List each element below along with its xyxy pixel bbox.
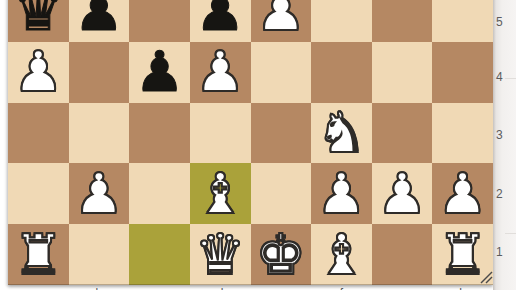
square-d4[interactable]: ♟ (190, 42, 251, 103)
white-rook[interactable]: ♜ (8, 224, 69, 285)
square-c1[interactable] (129, 224, 190, 285)
square-b4[interactable] (69, 42, 130, 103)
white-pawn[interactable]: ♟ (8, 42, 69, 103)
white-knight[interactable]: ♞ (311, 103, 372, 164)
file-label-b: b (69, 286, 130, 290)
square-b3[interactable] (69, 103, 130, 164)
square-h4[interactable] (432, 42, 493, 103)
white-bishop[interactable]: ♝ (311, 224, 372, 285)
file-label-f: f (311, 286, 372, 290)
white-pawn[interactable]: ♟ (372, 163, 433, 224)
file-label-g: g (372, 286, 433, 290)
black-pawn[interactable]: ♟ (129, 42, 190, 103)
square-h2[interactable]: ♟ (432, 163, 493, 224)
square-f2[interactable]: ♟ (311, 163, 372, 224)
white-pawn[interactable]: ♟ (311, 163, 372, 224)
square-g3[interactable] (372, 103, 433, 164)
rank-label-3: 3 (496, 128, 510, 142)
square-e4[interactable] (251, 42, 312, 103)
white-king[interactable]: ♚ (251, 224, 312, 285)
square-d2[interactable]: ♝ (190, 163, 251, 224)
file-label-d: d (190, 286, 251, 290)
square-b1[interactable] (69, 224, 130, 285)
square-f1[interactable]: ♝ (311, 224, 372, 285)
rank-label-2: 2 (496, 187, 510, 201)
square-a1[interactable]: ♜ (8, 224, 69, 285)
board-resize-grip-icon[interactable] (477, 268, 493, 284)
square-f5[interactable] (311, 0, 372, 42)
black-queen[interactable]: ♛ (8, 0, 69, 42)
rank-label-4: 4 (496, 70, 510, 84)
square-g1[interactable] (372, 224, 433, 285)
square-c3[interactable] (129, 103, 190, 164)
black-pawn[interactable]: ♟ (69, 0, 130, 42)
square-f3[interactable]: ♞ (311, 103, 372, 164)
square-a3[interactable] (8, 103, 69, 164)
square-e5[interactable]: ♟ (251, 0, 312, 42)
square-a5[interactable]: ♛ (8, 0, 69, 42)
file-label-a: a (8, 286, 69, 290)
square-d5[interactable]: ♟ (190, 0, 251, 42)
square-g4[interactable] (372, 42, 433, 103)
square-g2[interactable]: ♟ (372, 163, 433, 224)
square-g5[interactable] (372, 0, 433, 42)
square-f4[interactable] (311, 42, 372, 103)
white-pawn[interactable]: ♟ (190, 42, 251, 103)
rank-label-5: 5 (496, 15, 510, 29)
chess-app-screen: ♛♟♟♟♟♟♟♞♟♝♟♟♟♜♛♚♝♜ abcdefgh 54321 (0, 0, 516, 290)
square-a2[interactable] (8, 163, 69, 224)
rank-label-1: 1 (496, 245, 510, 259)
square-c2[interactable] (129, 163, 190, 224)
square-e2[interactable] (251, 163, 312, 224)
white-pawn[interactable]: ♟ (251, 0, 312, 42)
white-queen[interactable]: ♛ (190, 224, 251, 285)
board-bottom-edge (8, 284, 493, 285)
square-b2[interactable]: ♟ (69, 163, 130, 224)
chess-board: ♛♟♟♟♟♟♟♞♟♝♟♟♟♜♛♚♝♜ (8, 0, 493, 285)
square-b5[interactable]: ♟ (69, 0, 130, 42)
white-pawn[interactable]: ♟ (432, 163, 493, 224)
file-label-c: c (129, 286, 190, 290)
square-d3[interactable] (190, 103, 251, 164)
file-label-h: h (432, 286, 493, 290)
square-e1[interactable]: ♚ (251, 224, 312, 285)
square-e3[interactable] (251, 103, 312, 164)
black-pawn[interactable]: ♟ (190, 0, 251, 42)
square-h3[interactable] (432, 103, 493, 164)
square-c5[interactable] (129, 0, 190, 42)
white-bishop[interactable]: ♝ (190, 163, 251, 224)
page-divider-line (505, 233, 516, 234)
file-label-e: e (251, 286, 312, 290)
white-pawn[interactable]: ♟ (69, 163, 130, 224)
square-h5[interactable] (432, 0, 493, 42)
square-c4[interactable]: ♟ (129, 42, 190, 103)
square-d1[interactable]: ♛ (190, 224, 251, 285)
file-coordinates: abcdefgh (8, 286, 493, 290)
square-a4[interactable]: ♟ (8, 42, 69, 103)
